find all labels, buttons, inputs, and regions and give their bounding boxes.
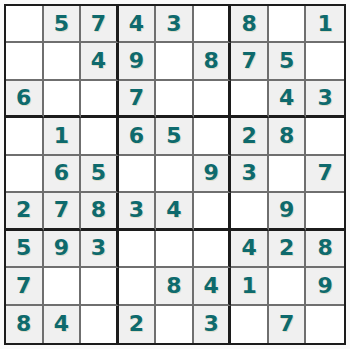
given-digit: 5 — [54, 13, 69, 35]
cell-r5c8[interactable] — [269, 156, 307, 193]
given-digit: 2 — [279, 237, 294, 259]
cell-r7c6[interactable] — [194, 231, 232, 268]
given-digit: 8 — [203, 50, 218, 72]
cell-r1c1[interactable] — [6, 6, 44, 43]
cell-r9c3[interactable] — [81, 306, 119, 343]
given-digit: 5 — [91, 162, 106, 184]
cell-r7c8[interactable]: 2 — [269, 231, 307, 268]
cell-r5c3[interactable]: 5 — [81, 156, 119, 193]
given-digit: 3 — [91, 237, 106, 259]
cell-r4c8[interactable]: 8 — [269, 118, 307, 155]
cell-r8c6[interactable]: 4 — [194, 268, 232, 305]
given-digit: 7 — [279, 313, 294, 335]
cell-r3c2[interactable] — [44, 81, 82, 118]
given-digit: 8 — [16, 313, 31, 335]
given-digit: 3 — [129, 199, 144, 221]
cell-r5c4[interactable] — [119, 156, 157, 193]
cell-r1c8[interactable] — [269, 6, 307, 43]
cell-r7c2[interactable]: 9 — [44, 231, 82, 268]
given-digit: 2 — [241, 125, 256, 147]
given-digit: 2 — [129, 313, 144, 335]
given-digit: 4 — [241, 237, 256, 259]
given-digit: 9 — [54, 237, 69, 259]
cell-r3c8[interactable]: 4 — [269, 81, 307, 118]
given-digit: 7 — [16, 275, 31, 297]
given-digit: 5 — [16, 237, 31, 259]
cell-r5c7[interactable]: 3 — [231, 156, 269, 193]
given-digit: 2 — [16, 199, 31, 221]
cell-r3c7[interactable] — [231, 81, 269, 118]
cell-r1c7[interactable]: 8 — [231, 6, 269, 43]
cell-r9c4[interactable]: 2 — [119, 306, 157, 343]
given-digit: 3 — [318, 87, 333, 109]
cell-r6c4[interactable]: 3 — [119, 193, 157, 230]
cell-r6c8[interactable]: 9 — [269, 193, 307, 230]
given-digit: 1 — [318, 13, 333, 35]
cell-r6c6[interactable] — [194, 193, 232, 230]
cell-r5c9[interactable]: 7 — [306, 156, 344, 193]
cell-r7c1[interactable]: 5 — [6, 231, 44, 268]
cell-r6c5[interactable]: 4 — [156, 193, 194, 230]
given-digit: 3 — [166, 13, 181, 35]
given-digit: 4 — [129, 13, 144, 35]
given-digit: 7 — [241, 50, 256, 72]
given-digit: 7 — [129, 87, 144, 109]
given-digit: 4 — [91, 50, 106, 72]
cell-r5c1[interactable] — [6, 156, 44, 193]
cell-r9c2[interactable]: 4 — [44, 306, 82, 343]
given-digit: 9 — [129, 50, 144, 72]
cell-r6c3[interactable]: 8 — [81, 193, 119, 230]
given-digit: 4 — [166, 199, 181, 221]
cell-r9c1[interactable]: 8 — [6, 306, 44, 343]
cell-r6c9[interactable] — [306, 193, 344, 230]
cell-r8c1[interactable]: 7 — [6, 268, 44, 305]
cell-r1c4[interactable]: 4 — [119, 6, 157, 43]
cell-r6c7[interactable] — [231, 193, 269, 230]
cell-r2c9[interactable] — [306, 43, 344, 80]
cell-r6c1[interactable]: 2 — [6, 193, 44, 230]
cell-r2c5[interactable] — [156, 43, 194, 80]
given-digit: 4 — [203, 275, 218, 297]
cell-r4c3[interactable] — [81, 118, 119, 155]
given-digit: 8 — [241, 13, 256, 35]
cell-r2c8[interactable]: 5 — [269, 43, 307, 80]
cell-r8c5[interactable]: 8 — [156, 268, 194, 305]
given-digit: 4 — [54, 313, 69, 335]
cell-r4c5[interactable]: 5 — [156, 118, 194, 155]
sudoku-board: 5743814987567431652865937278349593428784… — [4, 4, 346, 345]
cell-r2c3[interactable]: 4 — [81, 43, 119, 80]
cell-r7c7[interactable]: 4 — [231, 231, 269, 268]
cell-r2c2[interactable] — [44, 43, 82, 80]
given-digit: 6 — [54, 162, 69, 184]
cell-r8c9[interactable]: 9 — [306, 268, 344, 305]
cell-r2c6[interactable]: 8 — [194, 43, 232, 80]
cell-r4c7[interactable]: 2 — [231, 118, 269, 155]
cell-r1c2[interactable]: 5 — [44, 6, 82, 43]
cell-r7c9[interactable]: 8 — [306, 231, 344, 268]
given-digit: 4 — [279, 87, 294, 109]
given-digit: 9 — [318, 275, 333, 297]
given-digit: 8 — [166, 275, 181, 297]
cell-r4c4[interactable]: 6 — [119, 118, 157, 155]
cell-r7c4[interactable] — [119, 231, 157, 268]
cell-r8c4[interactable] — [119, 268, 157, 305]
cell-r8c7[interactable]: 1 — [231, 268, 269, 305]
cell-r3c3[interactable] — [81, 81, 119, 118]
given-digit: 6 — [129, 125, 144, 147]
cell-r3c4[interactable]: 7 — [119, 81, 157, 118]
cell-r8c8[interactable] — [269, 268, 307, 305]
given-digit: 7 — [91, 13, 106, 35]
given-digit: 5 — [279, 50, 294, 72]
cell-r5c5[interactable] — [156, 156, 194, 193]
cell-r1c9[interactable]: 1 — [306, 6, 344, 43]
cell-r1c5[interactable]: 3 — [156, 6, 194, 43]
given-digit: 1 — [54, 125, 69, 147]
given-digit: 7 — [54, 199, 69, 221]
given-digit: 9 — [203, 162, 218, 184]
cell-r4c1[interactable] — [6, 118, 44, 155]
cell-r2c4[interactable]: 9 — [119, 43, 157, 80]
given-digit: 9 — [279, 199, 294, 221]
cell-r1c3[interactable]: 7 — [81, 6, 119, 43]
cell-r3c5[interactable] — [156, 81, 194, 118]
given-digit: 8 — [318, 237, 333, 259]
cell-r9c8[interactable]: 7 — [269, 306, 307, 343]
cell-r4c9[interactable] — [306, 118, 344, 155]
cell-r6c2[interactable]: 7 — [44, 193, 82, 230]
cell-r4c6[interactable] — [194, 118, 232, 155]
given-digit: 3 — [203, 313, 218, 335]
cell-r7c5[interactable] — [156, 231, 194, 268]
cell-r5c6[interactable]: 9 — [194, 156, 232, 193]
given-digit: 1 — [241, 275, 256, 297]
cell-r2c7[interactable]: 7 — [231, 43, 269, 80]
cell-r3c1[interactable]: 6 — [6, 81, 44, 118]
cell-r5c2[interactable]: 6 — [44, 156, 82, 193]
cell-r1c6[interactable] — [194, 6, 232, 43]
cell-r7c3[interactable]: 3 — [81, 231, 119, 268]
cell-r4c2[interactable]: 1 — [44, 118, 82, 155]
cell-r9c7[interactable] — [231, 306, 269, 343]
cell-r8c2[interactable] — [44, 268, 82, 305]
given-digit: 8 — [279, 125, 294, 147]
cell-r9c6[interactable]: 3 — [194, 306, 232, 343]
cell-r9c9[interactable] — [306, 306, 344, 343]
given-digit: 6 — [16, 87, 31, 109]
cell-r9c5[interactable] — [156, 306, 194, 343]
cell-r2c1[interactable] — [6, 43, 44, 80]
cell-r8c3[interactable] — [81, 268, 119, 305]
given-digit: 8 — [91, 199, 106, 221]
given-digit: 5 — [166, 125, 181, 147]
cell-r3c6[interactable] — [194, 81, 232, 118]
cell-r3c9[interactable]: 3 — [306, 81, 344, 118]
given-digit: 3 — [241, 162, 256, 184]
given-digit: 7 — [318, 162, 333, 184]
